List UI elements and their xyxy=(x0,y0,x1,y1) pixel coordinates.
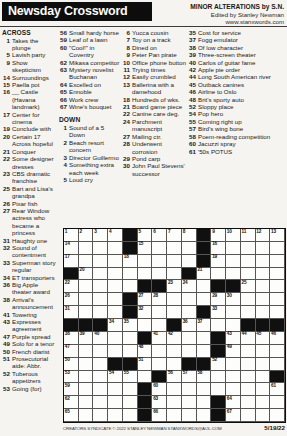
grid-cell[interactable]: 39 xyxy=(79,332,94,345)
cell-number: 52 xyxy=(212,358,217,363)
grid-cell[interactable] xyxy=(197,396,212,409)
cell-number: 48 xyxy=(138,345,143,350)
grid-cell[interactable] xyxy=(108,242,123,255)
grid-cell[interactable]: 50 xyxy=(64,358,79,371)
grid-cell[interactable] xyxy=(182,293,197,306)
grid-cell[interactable] xyxy=(197,293,212,306)
grid-cell[interactable] xyxy=(152,345,167,358)
grid-cell[interactable] xyxy=(167,242,182,255)
black-square xyxy=(197,306,212,319)
clue-text: Lavish party xyxy=(12,51,57,58)
grid-cell[interactable]: 12 xyxy=(256,229,271,242)
grid-cell[interactable] xyxy=(270,396,285,409)
grid-cell[interactable] xyxy=(152,255,167,268)
grid-cell[interactable] xyxy=(226,255,241,268)
grid-cell[interactable] xyxy=(108,293,123,306)
grid-cell[interactable] xyxy=(182,306,197,319)
grid-cell[interactable] xyxy=(93,383,108,396)
clue: 6Yucca cousin xyxy=(122,29,186,36)
grid-cell[interactable] xyxy=(123,268,138,281)
clue: 39Three-screen theater xyxy=(188,51,285,58)
clue-number: 35 xyxy=(188,29,198,36)
grid-cell[interactable] xyxy=(93,268,108,281)
grid-cell[interactable] xyxy=(108,268,123,281)
clue-text: Fogg emulator xyxy=(198,36,285,43)
clue: 5Lavish party xyxy=(2,51,57,58)
grid-cell[interactable] xyxy=(79,358,94,371)
grid-cell[interactable]: 59 xyxy=(64,383,79,396)
grid-cell[interactable] xyxy=(270,306,285,319)
clue-number: 12 xyxy=(122,73,132,80)
black-square xyxy=(123,242,138,255)
clue: 40Carlos of guitar fame xyxy=(188,59,285,66)
clue: 44Long South American river xyxy=(188,73,285,80)
grid-cell[interactable]: 61 xyxy=(270,383,285,396)
cell-number: 40 xyxy=(94,332,99,337)
clue-number: 64 xyxy=(59,81,69,88)
grid-cell[interactable]: 22 xyxy=(64,280,79,293)
clue-number: 27 xyxy=(2,207,12,214)
grid-cell[interactable] xyxy=(182,242,197,255)
clue-text: Of low character xyxy=(198,44,285,51)
grid-cell[interactable] xyxy=(123,409,138,422)
clue-number: 59 xyxy=(59,36,69,43)
clue-text: Purple spread xyxy=(12,333,57,340)
clue-number: 52 xyxy=(188,103,198,110)
grid-cell[interactable]: 45 xyxy=(256,332,271,345)
clue-number: 9 xyxy=(2,59,12,66)
grid-cell[interactable] xyxy=(167,306,182,319)
grid-cell[interactable] xyxy=(241,383,256,396)
grid-cell[interactable] xyxy=(93,242,108,255)
grid-cell[interactable]: 56 xyxy=(167,371,182,384)
grid-cell[interactable] xyxy=(226,319,241,332)
clue-number: 41 xyxy=(2,311,12,318)
clue: 30John Paul Stevens' successor xyxy=(122,162,186,177)
grid-cell[interactable] xyxy=(79,383,94,396)
clue-text: Small hardy horse xyxy=(69,29,120,36)
cell-number: 16 xyxy=(212,242,217,247)
grid-cell[interactable] xyxy=(241,268,256,281)
grid-cell[interactable] xyxy=(79,280,94,293)
grid-cell[interactable]: 42 xyxy=(167,332,182,345)
cell-number: 26 xyxy=(65,294,70,299)
grid-cell[interactable] xyxy=(211,371,226,384)
cell-number: 9 xyxy=(212,230,214,235)
grid-cell[interactable] xyxy=(93,293,108,306)
grid-cell[interactable]: 44 xyxy=(241,332,256,345)
clue-number: 42 xyxy=(188,66,198,73)
grid-cell[interactable] xyxy=(241,255,256,268)
grid-cell[interactable] xyxy=(241,409,256,422)
clue-text: Dined on xyxy=(132,44,186,51)
grid-cell[interactable]: 34 xyxy=(108,319,123,332)
clue-number: 38 xyxy=(2,296,12,303)
clue: 9Show skepticism xyxy=(2,59,57,74)
grid-cell[interactable] xyxy=(256,293,271,306)
grid-cell[interactable] xyxy=(152,319,167,332)
clue: 50French diarist xyxy=(2,348,57,355)
grid-cell[interactable] xyxy=(152,242,167,255)
grid-cell[interactable]: 52 xyxy=(211,358,226,371)
grid-cell[interactable] xyxy=(256,358,271,371)
grid-cell[interactable] xyxy=(211,319,226,332)
clue: 29Pond carp xyxy=(122,155,186,162)
grid-cell[interactable] xyxy=(79,293,94,306)
cell-number: 25 xyxy=(242,281,247,286)
grid-cell[interactable]: 17 xyxy=(64,255,79,268)
grid-cell[interactable] xyxy=(123,383,138,396)
grid-cell[interactable] xyxy=(152,306,167,319)
grid-cell[interactable]: 65 xyxy=(64,409,79,422)
grid-cell[interactable] xyxy=(167,293,182,306)
clue-text: Tuberous appetizers xyxy=(12,370,57,385)
grid-cell[interactable]: 49 xyxy=(226,345,241,358)
clue-number: 30 xyxy=(122,162,132,169)
grid-cell[interactable] xyxy=(256,409,271,422)
grid-cell[interactable] xyxy=(79,371,94,384)
grid-cell[interactable]: 40 xyxy=(93,332,108,345)
cell-number: 38 xyxy=(65,332,70,337)
grid-cell[interactable] xyxy=(152,358,167,371)
grid-cell[interactable] xyxy=(123,332,138,345)
clue: 67Wine's bouquet xyxy=(59,103,120,110)
clue-text: Ballerina with a damehood xyxy=(132,81,186,96)
grid-cell[interactable] xyxy=(79,396,94,409)
cell-number: 61 xyxy=(271,384,276,389)
grid-cell[interactable]: 29 xyxy=(211,293,226,306)
copyright-line: CREATORS SYNDICATE © 2022 STANLEY NEWMAN… xyxy=(63,426,222,431)
grid-cell[interactable]: 28 xyxy=(152,293,167,306)
grid-cell[interactable]: 8 xyxy=(182,229,197,242)
grid-cell[interactable]: 54 xyxy=(108,371,123,384)
grid-cell[interactable]: 53 xyxy=(64,371,79,384)
grid-cell[interactable]: 16 xyxy=(211,242,226,255)
black-square xyxy=(138,396,153,409)
grid-cell[interactable]: 63 xyxy=(152,396,167,409)
clue: 38Arrival's announcement xyxy=(2,296,57,311)
grid-cell[interactable] xyxy=(256,242,271,255)
grid-cell[interactable]: 57 xyxy=(182,371,197,384)
cell-number: 7 xyxy=(168,230,170,235)
grid-cell[interactable]: 10 xyxy=(226,229,241,242)
grid-cell[interactable]: 7 xyxy=(167,229,182,242)
clue: 61'50s POTUS xyxy=(188,148,285,155)
grid-cell[interactable] xyxy=(256,280,271,293)
clue: 17Center for cinema xyxy=(2,111,57,126)
grid-cell[interactable] xyxy=(226,268,241,281)
clue-text: Parchment manuscript xyxy=(132,118,186,133)
clue-number: 44 xyxy=(188,73,198,80)
grid-cell[interactable] xyxy=(167,396,182,409)
grid-cell[interactable] xyxy=(241,306,256,319)
grid-cell[interactable]: 46 xyxy=(270,332,285,345)
cell-number: 24 xyxy=(183,281,188,286)
masthead-title: Newsday Crossword xyxy=(2,2,152,21)
grid-cell[interactable] xyxy=(182,255,197,268)
cell-number: 42 xyxy=(168,332,173,337)
grid-cell[interactable] xyxy=(211,268,226,281)
grid-cell[interactable] xyxy=(79,345,94,358)
clue-text: Takes the plunge xyxy=(12,37,57,52)
clue-text: Conquer xyxy=(12,148,57,155)
grid-cell[interactable] xyxy=(123,280,138,293)
clue: 5Loud cry xyxy=(59,176,120,183)
grid-cell[interactable]: 33 xyxy=(211,306,226,319)
grid-cell[interactable] xyxy=(270,255,285,268)
grid-cell[interactable] xyxy=(241,358,256,371)
clue: 15Paella pot xyxy=(2,81,57,88)
crossword-grid: 1234567891011121314151617181920212223242… xyxy=(63,228,286,423)
clue: 60"Cool!" in Coventry xyxy=(59,44,120,59)
grid-cell[interactable]: 5 xyxy=(138,229,153,242)
grid-cell[interactable] xyxy=(93,255,108,268)
cell-number: 44 xyxy=(242,332,247,337)
grid-cell[interactable]: 27 xyxy=(138,293,153,306)
black-square xyxy=(123,306,138,319)
grid-cell[interactable]: 20 xyxy=(79,268,94,281)
grid-cell[interactable]: 38 xyxy=(64,332,79,345)
grid-cell[interactable]: 51 xyxy=(138,358,153,371)
grid-cell[interactable]: 64 xyxy=(226,396,241,409)
cell-number: 30 xyxy=(227,294,232,299)
grid-cell[interactable] xyxy=(182,332,197,345)
grid-cell[interactable] xyxy=(182,396,197,409)
cell-number: 37 xyxy=(197,320,202,325)
grid-cell[interactable]: 36 xyxy=(182,319,197,332)
clue-number: 7 xyxy=(122,36,132,43)
clue-number: 51 xyxy=(2,355,12,362)
clue: 46Airline to Oslo xyxy=(188,88,285,95)
grid-cell[interactable] xyxy=(226,358,241,371)
clue-text: Canine care deg. xyxy=(132,110,186,117)
clue-text: '50s POTUS xyxy=(198,148,285,155)
grid-cell[interactable] xyxy=(108,409,123,422)
clue-number: 36 xyxy=(2,281,12,288)
clue-text: Coming right up xyxy=(198,118,285,125)
grid-cell[interactable] xyxy=(167,268,182,281)
clue-number: 66 xyxy=(59,96,69,103)
grid-cell[interactable] xyxy=(241,345,256,358)
grid-cell[interactable] xyxy=(256,306,271,319)
grid-cell[interactable] xyxy=(123,396,138,409)
clue: 63Mystery novelist Buchanan xyxy=(59,66,120,81)
cell-number: 33 xyxy=(212,307,217,312)
grid-cell[interactable] xyxy=(226,242,241,255)
grid-cell[interactable] xyxy=(197,280,212,293)
grid-cell[interactable] xyxy=(108,332,123,345)
grid-cell[interactable] xyxy=(167,358,182,371)
grid-cell[interactable] xyxy=(108,383,123,396)
grid-cell[interactable] xyxy=(241,371,256,384)
clue-number: 22 xyxy=(2,155,12,162)
cell-number: 3 xyxy=(94,230,96,235)
grid-cell[interactable] xyxy=(226,371,241,384)
grid-cell[interactable]: 18 xyxy=(123,255,138,268)
grid-cell[interactable]: 47 xyxy=(64,345,79,358)
grid-cell[interactable] xyxy=(197,345,212,358)
clue: 19Conclude with xyxy=(2,125,57,132)
grid-cell[interactable] xyxy=(270,293,285,306)
clue-text: Easily crumbled xyxy=(132,73,186,80)
grid-cell[interactable] xyxy=(270,345,285,358)
grid-cell[interactable]: 9 xyxy=(211,229,226,242)
grid-cell[interactable]: 55 xyxy=(123,371,138,384)
cell-number: 58 xyxy=(197,371,202,376)
clue: 45Outback canines xyxy=(188,81,285,88)
grid-cell[interactable] xyxy=(226,306,241,319)
grid-cell[interactable]: 26 xyxy=(64,293,79,306)
grid-cell[interactable] xyxy=(256,255,271,268)
grid-cell[interactable]: 62 xyxy=(64,396,79,409)
grid-cell[interactable] xyxy=(167,409,182,422)
grid-cell[interactable] xyxy=(93,409,108,422)
grid-cell[interactable] xyxy=(79,306,94,319)
grid-cell[interactable]: 67 xyxy=(226,409,241,422)
clue: 18Hundreds of wks. xyxy=(122,96,186,103)
grid-cell[interactable] xyxy=(182,345,197,358)
clue: 14Surroundings xyxy=(2,74,57,81)
cell-number: 47 xyxy=(65,345,70,350)
grid-cell[interactable] xyxy=(256,383,271,396)
grid-cell[interactable]: 19 xyxy=(211,255,226,268)
grid-cell[interactable]: 6 xyxy=(152,229,167,242)
clue: 8Dined on xyxy=(122,44,186,51)
black-square xyxy=(108,358,123,371)
grid-cell[interactable] xyxy=(256,396,271,409)
grid-cell[interactable] xyxy=(138,268,153,281)
grid-cell[interactable] xyxy=(182,409,197,422)
cell-number: 39 xyxy=(80,332,85,337)
cell-number: 36 xyxy=(183,320,188,325)
clue-text: Hundreds of wks. xyxy=(132,96,186,103)
grid-cell[interactable] xyxy=(152,268,167,281)
grid-cell[interactable] xyxy=(241,293,256,306)
clue-text: Leaf of a lawn xyxy=(69,36,120,43)
puzzle-title: MINOR ALTERATIONS by S.N. xyxy=(190,3,284,11)
puzzle-date: 5/19/22 xyxy=(264,424,285,431)
grid-cell[interactable] xyxy=(108,306,123,319)
grid-cell[interactable] xyxy=(108,396,123,409)
grid-cell[interactable] xyxy=(256,268,271,281)
grid-cell[interactable] xyxy=(79,409,94,422)
grid-cell[interactable] xyxy=(270,409,285,422)
cell-number: 56 xyxy=(168,371,173,376)
grid-cell[interactable] xyxy=(182,383,197,396)
clue-number: 19 xyxy=(2,125,12,132)
grid-cell[interactable] xyxy=(108,280,123,293)
clue: 3Director Guillermo xyxy=(59,154,120,161)
clue-number: 5 xyxy=(2,51,12,58)
grid-cell[interactable]: 31 xyxy=(64,306,79,319)
grid-cell[interactable]: 13 xyxy=(270,229,285,242)
clue: 57Bird's wing bone xyxy=(188,125,285,132)
grid-cell[interactable]: 1 xyxy=(64,229,79,242)
grid-cell[interactable] xyxy=(108,255,123,268)
newspaper-puzzle-page: Newsday Crossword MINOR ALTERATIONS by S… xyxy=(0,0,287,436)
grid-cell[interactable] xyxy=(93,358,108,371)
grid-cell[interactable] xyxy=(93,306,108,319)
grid-cell[interactable]: 2 xyxy=(79,229,94,242)
grid-cell[interactable]: 25 xyxy=(241,280,256,293)
grid-cell[interactable] xyxy=(197,332,212,345)
cell-number: 28 xyxy=(153,294,158,299)
black-square xyxy=(138,409,153,422)
black-square xyxy=(64,268,79,281)
grid-cell[interactable]: 66 xyxy=(152,409,167,422)
clue: 32Sound of contentment xyxy=(2,244,57,259)
grid-cell[interactable] xyxy=(93,345,108,358)
grid-cell[interactable]: 15 xyxy=(138,242,153,255)
clue-number: 50 xyxy=(2,348,12,355)
grid-cell[interactable] xyxy=(270,268,285,281)
grid-cell[interactable] xyxy=(93,396,108,409)
clue-number: 17 xyxy=(2,111,12,118)
grid-cell[interactable]: 30 xyxy=(226,293,241,306)
clue-text: Rear Window actress who became a princes… xyxy=(12,207,57,237)
grid-cell[interactable]: 35 xyxy=(123,319,138,332)
grid-cell[interactable]: 3 xyxy=(93,229,108,242)
clue-text: Outback canines xyxy=(198,81,285,88)
grid-cell[interactable] xyxy=(270,358,285,371)
clue-text: CBS dramatic franchise xyxy=(12,170,57,185)
grid-cell[interactable] xyxy=(270,280,285,293)
grid-cell[interactable] xyxy=(93,280,108,293)
grid-cell[interactable]: 14 xyxy=(64,242,79,255)
clue-number: 47 xyxy=(2,333,12,340)
grid-cell[interactable] xyxy=(79,242,94,255)
grid-cell[interactable] xyxy=(167,383,182,396)
grid-cell[interactable]: 11 xyxy=(241,229,256,242)
grid-cell[interactable] xyxy=(138,319,153,332)
grid-cell[interactable] xyxy=(167,255,182,268)
grid-cell[interactable]: 60 xyxy=(152,383,167,396)
grid-cell[interactable]: 32 xyxy=(138,306,153,319)
grid-cell[interactable] xyxy=(226,383,241,396)
grid-cell[interactable] xyxy=(256,345,271,358)
grid-cell[interactable] xyxy=(256,371,271,384)
grid-cell[interactable]: 21 xyxy=(197,268,212,281)
grid-cell[interactable] xyxy=(93,371,108,384)
grid-cell[interactable] xyxy=(197,383,212,396)
grid-cell[interactable] xyxy=(270,242,285,255)
grid-cell[interactable]: 43 xyxy=(226,332,241,345)
grid-cell[interactable]: 48 xyxy=(138,345,153,358)
grid-cell[interactable] xyxy=(167,345,182,358)
grid-cell[interactable] xyxy=(123,345,138,358)
clue-number: 6 xyxy=(122,29,132,36)
grid-cell[interactable]: 23 xyxy=(167,280,182,293)
grid-cell[interactable] xyxy=(138,255,153,268)
grid-cell[interactable] xyxy=(197,409,212,422)
cell-number: 8 xyxy=(183,230,185,235)
grid-cell[interactable]: 24 xyxy=(182,280,197,293)
grid-cell[interactable] xyxy=(138,371,153,384)
grid-cell[interactable] xyxy=(211,383,226,396)
grid-cell[interactable] xyxy=(241,242,256,255)
grid-cell[interactable] xyxy=(241,396,256,409)
grid-cell[interactable]: 37 xyxy=(197,319,212,332)
clue-text: Toy on a track xyxy=(132,36,186,43)
grid-cell[interactable] xyxy=(108,345,123,358)
grid-cell[interactable]: 41 xyxy=(152,332,167,345)
grid-cell[interactable]: 58 xyxy=(197,371,212,384)
grid-cell[interactable]: 4 xyxy=(108,229,123,242)
clue: 41Towering xyxy=(2,311,57,318)
clue-text: Office phone button xyxy=(132,59,186,66)
grid-cell[interactable] xyxy=(79,255,94,268)
cell-number: 62 xyxy=(65,397,70,402)
